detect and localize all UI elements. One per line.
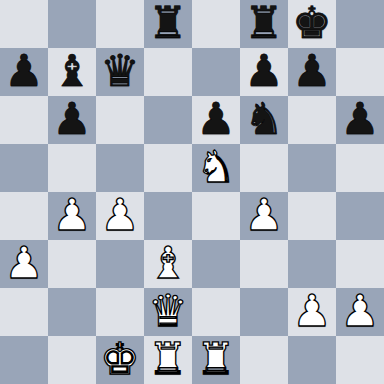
square-c6[interactable] [96,96,144,144]
square-c3[interactable] [96,240,144,288]
square-f4[interactable]: ♟ [240,192,288,240]
piece-white-queen[interactable]: ♛ [148,288,187,335]
chess-board: ♜♜♚♟♝♛♟♟♟♟♞♟♞♟♟♟♟♝♛♟♟♚♜♜ [0,0,384,384]
square-a3[interactable]: ♟ [0,240,48,288]
piece-black-king[interactable]: ♚ [292,0,331,47]
square-g6[interactable] [288,96,336,144]
square-g2[interactable]: ♟ [288,288,336,336]
square-c2[interactable] [96,288,144,336]
piece-black-rook[interactable]: ♜ [148,0,187,47]
piece-white-rook[interactable]: ♜ [148,336,187,383]
square-a7[interactable]: ♟ [0,48,48,96]
piece-black-queen[interactable]: ♛ [100,48,139,95]
square-f8[interactable]: ♜ [240,0,288,48]
square-c7[interactable]: ♛ [96,48,144,96]
piece-black-rook[interactable]: ♜ [244,0,283,47]
piece-white-pawn[interactable]: ♟ [4,240,43,287]
square-f6[interactable]: ♞ [240,96,288,144]
square-g1[interactable] [288,336,336,384]
square-a8[interactable] [0,0,48,48]
square-f1[interactable] [240,336,288,384]
square-h8[interactable] [336,0,384,48]
piece-white-rook[interactable]: ♜ [196,336,235,383]
square-h4[interactable] [336,192,384,240]
piece-black-pawn[interactable]: ♟ [244,48,283,95]
square-e1[interactable]: ♜ [192,336,240,384]
square-d1[interactable]: ♜ [144,336,192,384]
square-a5[interactable] [0,144,48,192]
square-g8[interactable]: ♚ [288,0,336,48]
square-a4[interactable] [0,192,48,240]
square-h6[interactable]: ♟ [336,96,384,144]
square-c4[interactable]: ♟ [96,192,144,240]
square-b6[interactable]: ♟ [48,96,96,144]
square-g7[interactable]: ♟ [288,48,336,96]
square-d5[interactable] [144,144,192,192]
square-f5[interactable] [240,144,288,192]
square-f7[interactable]: ♟ [240,48,288,96]
square-d8[interactable]: ♜ [144,0,192,48]
square-b3[interactable] [48,240,96,288]
piece-black-pawn[interactable]: ♟ [4,48,43,95]
square-e7[interactable] [192,48,240,96]
square-e8[interactable] [192,0,240,48]
square-c5[interactable] [96,144,144,192]
square-d2[interactable]: ♛ [144,288,192,336]
square-f2[interactable] [240,288,288,336]
piece-black-pawn[interactable]: ♟ [292,48,331,95]
square-h7[interactable] [336,48,384,96]
square-c8[interactable] [96,0,144,48]
piece-white-pawn[interactable]: ♟ [52,192,91,239]
piece-white-knight[interactable]: ♞ [196,144,235,191]
square-a2[interactable] [0,288,48,336]
square-e3[interactable] [192,240,240,288]
square-b2[interactable] [48,288,96,336]
square-e6[interactable]: ♟ [192,96,240,144]
square-a1[interactable] [0,336,48,384]
piece-white-pawn[interactable]: ♟ [244,192,283,239]
piece-white-bishop[interactable]: ♝ [148,240,187,287]
square-d4[interactable] [144,192,192,240]
square-g5[interactable] [288,144,336,192]
piece-black-bishop[interactable]: ♝ [52,48,91,95]
square-h5[interactable] [336,144,384,192]
square-h3[interactable] [336,240,384,288]
piece-white-king[interactable]: ♚ [100,336,139,383]
square-d6[interactable] [144,96,192,144]
piece-white-pawn[interactable]: ♟ [292,288,331,335]
square-h1[interactable] [336,336,384,384]
square-b1[interactable] [48,336,96,384]
square-h2[interactable]: ♟ [336,288,384,336]
piece-white-pawn[interactable]: ♟ [340,288,379,335]
square-b7[interactable]: ♝ [48,48,96,96]
square-d3[interactable]: ♝ [144,240,192,288]
square-d7[interactable] [144,48,192,96]
square-e2[interactable] [192,288,240,336]
square-f3[interactable] [240,240,288,288]
square-b8[interactable] [48,0,96,48]
square-e4[interactable] [192,192,240,240]
square-a6[interactable] [0,96,48,144]
piece-black-pawn[interactable]: ♟ [196,96,235,143]
square-c1[interactable]: ♚ [96,336,144,384]
square-e5[interactable]: ♞ [192,144,240,192]
square-g3[interactable] [288,240,336,288]
square-g4[interactable] [288,192,336,240]
piece-white-pawn[interactable]: ♟ [100,192,139,239]
piece-black-knight[interactable]: ♞ [244,96,283,143]
square-b4[interactable]: ♟ [48,192,96,240]
piece-black-pawn[interactable]: ♟ [340,96,379,143]
piece-black-pawn[interactable]: ♟ [52,96,91,143]
square-b5[interactable] [48,144,96,192]
chess-board-container: ♜♜♚♟♝♛♟♟♟♟♞♟♞♟♟♟♟♝♛♟♟♚♜♜ [0,0,384,384]
